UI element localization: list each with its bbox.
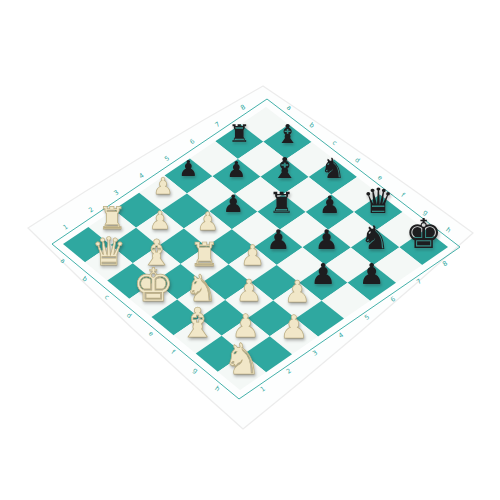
- product-photo: aa88bb77cc66dd55ee44ff33gg22hh11 ♝♞♛♚♜♝♟…: [0, 0, 500, 500]
- chess-board: aa88bb77cc66dd55ee44ff33gg22hh11: [0, 0, 500, 500]
- rank-label-8-right: 8: [441, 259, 449, 268]
